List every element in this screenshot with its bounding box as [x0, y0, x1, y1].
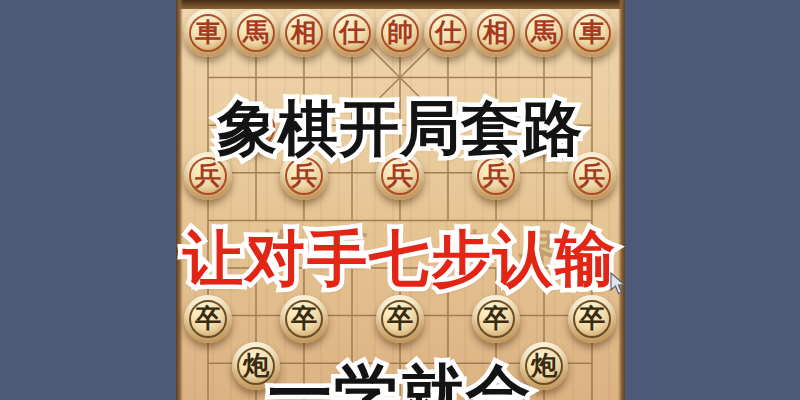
- piece-character: 卒: [579, 305, 605, 331]
- piece-red-f4r0[interactable]: 帥: [376, 9, 424, 57]
- piece-character: 炮: [531, 352, 557, 378]
- piece-ring: 相: [285, 14, 323, 52]
- piece-ring: 卒: [477, 300, 515, 338]
- piece-character: 炮: [243, 352, 269, 378]
- mouse-cursor-icon: [610, 272, 626, 296]
- piece-ring: 車: [189, 14, 227, 52]
- piece-ring: 卒: [573, 300, 611, 338]
- piece-character: 車: [579, 19, 605, 45]
- piece-black-f6r6[interactable]: 卒: [472, 295, 520, 343]
- piece-red-f6r0[interactable]: 相: [472, 9, 520, 57]
- piece-red-f7r0[interactable]: 馬: [520, 9, 568, 57]
- piece-red-f1r0[interactable]: 馬: [232, 9, 280, 57]
- piece-ring: 帥: [381, 14, 419, 52]
- piece-character: 兵: [483, 162, 509, 188]
- piece-character: 卒: [387, 305, 413, 331]
- piece-black-f8r6[interactable]: 卒: [568, 295, 616, 343]
- piece-character: 相: [291, 19, 317, 45]
- caption-title: 象棋开局套路: [217, 98, 583, 158]
- piece-character: 仕: [435, 19, 461, 45]
- piece-black-f4r6[interactable]: 卒: [376, 295, 424, 343]
- caption-footer: 一学就会: [268, 362, 532, 400]
- piece-ring: 相: [477, 14, 515, 52]
- xiangqi-board[interactable]: 楚 河 漢 界 車馬相仕帥仕相馬車炮炮兵兵兵兵兵卒卒卒卒卒炮炮: [176, 0, 625, 400]
- piece-ring: 仕: [333, 14, 371, 52]
- screenshot-root: 楚 河 漢 界 車馬相仕帥仕相馬車炮炮兵兵兵兵兵卒卒卒卒卒炮炮 象棋开局套路 让…: [0, 0, 800, 400]
- piece-ring: 車: [573, 14, 611, 52]
- piece-red-f3r0[interactable]: 仕: [328, 9, 376, 57]
- piece-black-f2r6[interactable]: 卒: [280, 295, 328, 343]
- piece-red-f5r0[interactable]: 仕: [424, 9, 472, 57]
- piece-character: 卒: [483, 305, 509, 331]
- piece-ring: 卒: [189, 300, 227, 338]
- piece-character: 馬: [531, 19, 557, 45]
- piece-character: 相: [483, 19, 509, 45]
- piece-ring: 仕: [429, 14, 467, 52]
- piece-character: 車: [195, 19, 221, 45]
- piece-character: 兵: [291, 162, 317, 188]
- piece-character: 兵: [387, 162, 413, 188]
- piece-character: 卒: [291, 305, 317, 331]
- piece-character: 帥: [387, 19, 413, 45]
- piece-character: 卒: [195, 305, 221, 331]
- caption-subtitle: 让对手七步认输: [183, 228, 617, 288]
- piece-character: 兵: [195, 162, 221, 188]
- piece-ring: 馬: [525, 14, 563, 52]
- piece-black-f0r6[interactable]: 卒: [184, 295, 232, 343]
- piece-ring: 卒: [285, 300, 323, 338]
- piece-red-f0r0[interactable]: 車: [184, 9, 232, 57]
- piece-character: 仕: [339, 19, 365, 45]
- piece-ring: 馬: [237, 14, 275, 52]
- piece-character: 兵: [579, 162, 605, 188]
- piece-ring: 卒: [381, 300, 419, 338]
- piece-character: 馬: [243, 19, 269, 45]
- piece-red-f2r0[interactable]: 相: [280, 9, 328, 57]
- piece-red-f8r0[interactable]: 車: [568, 9, 616, 57]
